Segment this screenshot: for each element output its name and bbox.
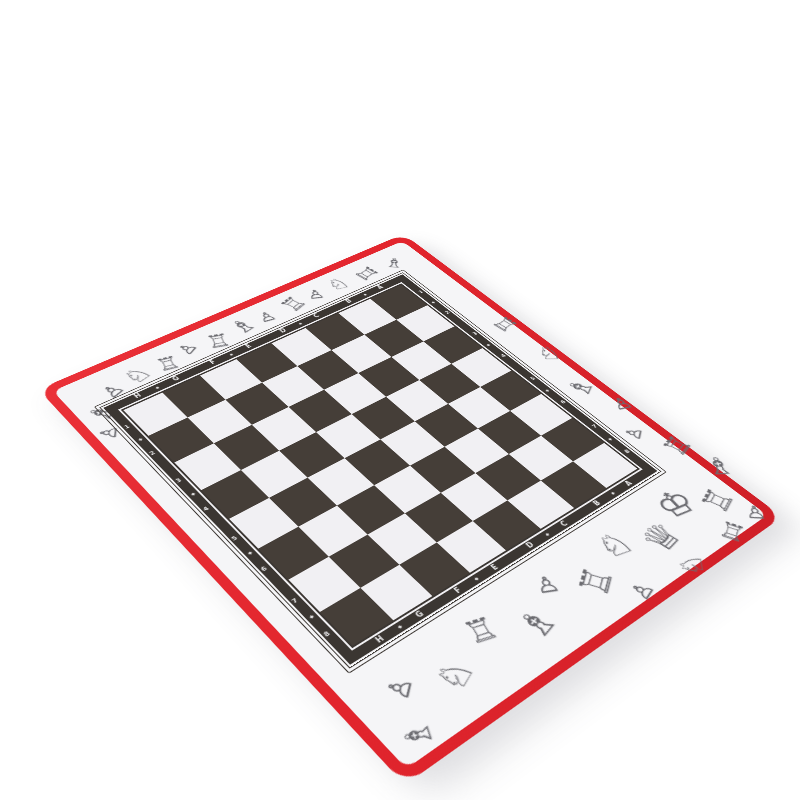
file-label-bottom: G: [415, 610, 426, 619]
rank-label-left: 6: [260, 566, 269, 573]
printed-rook-icon: ♖: [458, 612, 504, 649]
printed-knight-icon: ♘: [675, 553, 709, 576]
printed-bishop-icon: ♗: [700, 454, 737, 478]
rank-label-right: 8: [623, 449, 631, 455]
printed-knight-icon: ♘: [535, 345, 563, 362]
rank-label-left: 2: [148, 450, 156, 456]
rank-label-left: 1: [123, 424, 131, 430]
band-tick: [248, 552, 252, 555]
printed-rook-icon: ♖: [573, 563, 619, 600]
printed-pawn-icon: ♙: [255, 309, 279, 324]
board-frame-inner-line: HH11GG22FF33EE44DD55CC66BB77AA88: [99, 272, 661, 668]
band-tick: [299, 323, 302, 325]
mat-surface: ♗♙♙♘♖♙♖♗♙♖♙♘♖♗♖♘♗♙♙♖♙♘♗♖♗♙♖♘♕♔♖♗♙♘♖♙ HH1…: [53, 241, 767, 769]
file-label-bottom: F: [453, 587, 463, 595]
band-tick: [156, 387, 159, 389]
band-tick: [230, 354, 233, 356]
rank-label-right: 2: [444, 310, 451, 315]
product-photo: ♗♙♙♘♖♙♖♗♙♖♙♘♖♗♖♘♗♙♙♖♙♘♗♖♗♙♖♘♕♔♖♗♙♘♖♙ HH1…: [0, 0, 800, 800]
band-tick: [364, 294, 367, 296]
printed-bishop-icon: ♗: [384, 256, 404, 270]
printed-pawn-icon: ♙: [382, 675, 416, 703]
file-label-bottom: D: [525, 542, 535, 550]
band-tick: [310, 615, 314, 618]
file-label-bottom: C: [560, 521, 570, 528]
printed-pawn-icon: ♙: [608, 395, 635, 413]
coordinate-band: HH11GG22FF33EE44DD55CC66BB77AA88: [103, 274, 657, 664]
printed-rook-icon: ♖: [716, 518, 748, 547]
band-tick: [487, 344, 490, 346]
file-label-bottom: E: [490, 564, 500, 572]
band-tick: [609, 438, 612, 440]
printed-rook-icon: ♖: [488, 314, 522, 336]
board-frame: HH11GG22FF33EE44DD55CC66BB77AA88: [94, 270, 667, 674]
printed-bishop-icon: ♗: [510, 602, 564, 645]
band-tick: [475, 578, 478, 581]
printed-pawn-icon: ♙: [305, 288, 326, 301]
rank-label-left: 8: [322, 630, 331, 638]
printed-pawn-icon: ♙: [626, 578, 658, 603]
printed-knight-icon: ♘: [429, 654, 481, 697]
rank-label-left: 5: [230, 535, 238, 542]
printed-pawn-icon: ♙: [743, 503, 768, 521]
board-inner-border: [118, 282, 643, 651]
file-label-bottom: H: [375, 635, 386, 644]
file-label-bottom: B: [593, 500, 603, 507]
rank-label-right: 3: [471, 331, 478, 336]
band-tick: [611, 492, 614, 494]
band-tick: [432, 302, 435, 304]
printed-pawn-icon: ♙: [174, 341, 201, 357]
printed-knight-icon: ♘: [324, 275, 353, 293]
band-tick: [398, 625, 402, 628]
band-tick: [139, 438, 143, 440]
rank-label-right: 4: [500, 353, 507, 358]
printed-pawn-icon: ♙: [623, 425, 645, 442]
rank-label-right: 7: [591, 424, 599, 429]
file-label-bottom: A: [624, 480, 634, 487]
rank-label-right: 5: [529, 376, 536, 381]
band-tick: [191, 493, 195, 496]
rank-label-left: 7: [291, 597, 300, 604]
printed-rook-icon: ♖: [658, 432, 696, 460]
band-tick: [546, 533, 549, 536]
printed-bishop-icon: ♗: [397, 719, 439, 752]
rank-label-left: 3: [175, 478, 183, 484]
rank-label-left: 4: [202, 506, 210, 512]
rank-label-right: 1: [417, 290, 424, 294]
printed-pawn-icon: ♙: [531, 573, 563, 597]
rank-label-right: 6: [559, 399, 567, 404]
chess-mat: ♗♙♙♘♖♙♖♗♙♖♙♘♖♗♖♘♗♙♙♖♙♘♗♖♗♙♖♘♕♔♖♗♙♘♖♙ HH1…: [38, 234, 782, 785]
band-tick: [546, 390, 549, 392]
